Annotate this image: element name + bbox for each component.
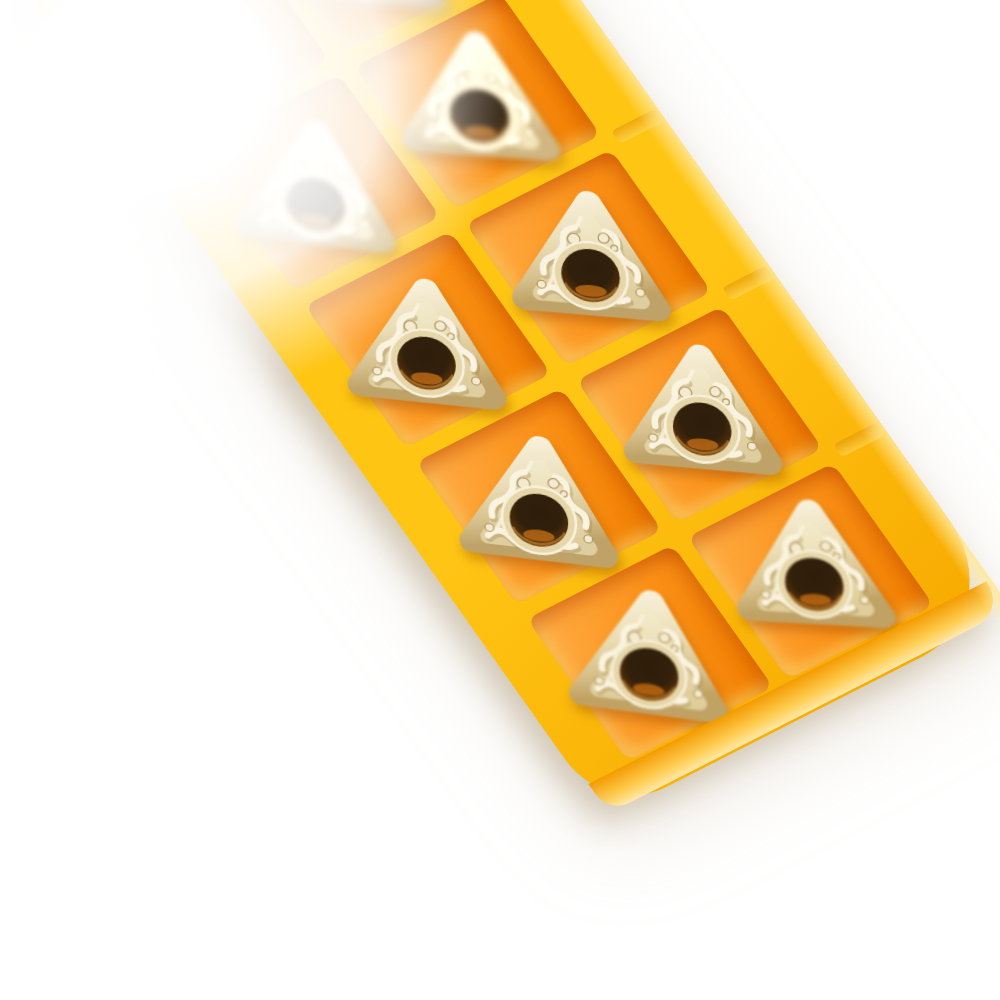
carbide-insert (444, 413, 635, 587)
carbide-insert (330, 257, 522, 429)
carbide-insert (604, 325, 799, 494)
carbide-insert (493, 171, 688, 340)
rim-notch (833, 422, 886, 457)
storage-tray (22, 0, 1000, 817)
insert-r3c2 (493, 171, 688, 340)
tray-shadow-wrap (0, 0, 1000, 1000)
insert-r3c1 (330, 257, 522, 429)
carbide-insert (713, 483, 913, 646)
insert-r2c2 (380, 13, 578, 179)
photo-canvas: { "scene": { "type": "product-photo", "s… (0, 0, 1000, 1000)
rim-notch (722, 266, 775, 301)
insert-r4c1 (444, 413, 635, 587)
insert-r4c2 (604, 325, 799, 494)
rim-notch (611, 109, 664, 144)
product-photo-scene (0, 0, 1000, 1000)
insert-r2c1 (220, 98, 411, 272)
carbide-insert (220, 98, 411, 272)
insert-r5c2 (713, 483, 913, 646)
carbide-insert (104, 0, 304, 101)
carbide-insert (380, 13, 578, 179)
insert-r1c1 (104, 0, 304, 101)
tray-grid (70, 0, 946, 772)
